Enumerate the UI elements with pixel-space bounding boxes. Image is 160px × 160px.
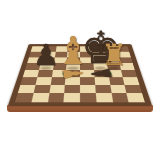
square-d1 (64, 93, 80, 102)
square-c1 (47, 93, 64, 102)
square-h4 (121, 70, 137, 77)
square-h2 (125, 85, 143, 93)
square-e1 (80, 93, 96, 102)
square-f1 (96, 93, 113, 102)
black-king-icon: ♚ (71, 26, 131, 70)
square-b4 (37, 70, 52, 77)
square-c2 (49, 85, 65, 93)
square-e2 (80, 85, 96, 93)
square-b1 (31, 93, 49, 102)
piece-black-king-f5: ♚ (93, 63, 107, 70)
square-d2 (64, 85, 80, 93)
square-f2 (95, 85, 111, 93)
square-h3 (123, 77, 140, 85)
chessboard-photo: ♟♝♚♜♟♟ (0, 0, 160, 160)
chess-board: ♟♝♚♜♟♟ (8, 44, 153, 106)
square-h1 (127, 93, 145, 102)
square-b3 (35, 77, 51, 85)
square-b2 (33, 85, 50, 93)
